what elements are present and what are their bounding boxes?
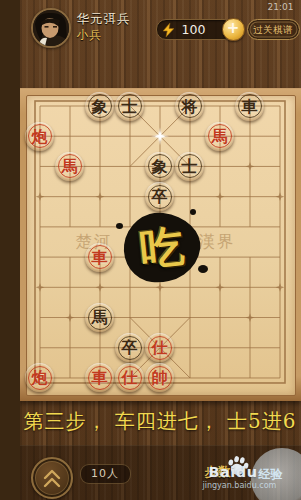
xiangqi-piece-red-仕[interactable]: 仕 bbox=[115, 363, 144, 392]
xiangqi-piece-red-馬[interactable]: 馬 bbox=[205, 122, 234, 151]
watermark-subtitle: jingyan.baidu.com bbox=[203, 481, 277, 490]
watermark-title: Baidu bbox=[209, 464, 258, 480]
user-name: 华元弭兵 bbox=[77, 11, 131, 28]
bottom-bar: 10人 步数 Baidu 经验 jingyan.baidu.com bbox=[20, 445, 301, 500]
xiangqi-piece-red-車[interactable]: 車 bbox=[85, 243, 114, 272]
xiangqi-piece-black-象[interactable]: 象 bbox=[145, 152, 174, 181]
xiangqi-piece-black-卒[interactable]: 卒 bbox=[145, 182, 174, 211]
move-caption: 第三步， 车四进七， 士5进6 bbox=[20, 400, 301, 445]
xiangqi-piece-black-将[interactable]: 将 bbox=[175, 92, 204, 121]
xiangqi-piece-black-車[interactable]: 車 bbox=[235, 92, 264, 121]
xiangqi-app-screen: 华元弭兵 小兵 21:01 100 + 过关棋谱 楚河漢界 象士将車炮馬馬象士卒… bbox=[20, 0, 301, 500]
xiangqi-piece-black-士[interactable]: 士 bbox=[115, 92, 144, 121]
chevron-up-icon bbox=[33, 459, 71, 497]
energy-value: 100 bbox=[182, 22, 206, 37]
avatar[interactable] bbox=[31, 8, 71, 48]
xiangqi-piece-black-士[interactable]: 士 bbox=[175, 152, 204, 181]
xiangqi-piece-red-炮[interactable]: 炮 bbox=[25, 122, 54, 151]
xiangqi-piece-red-車[interactable]: 車 bbox=[85, 363, 114, 392]
top-bar: 华元弭兵 小兵 21:01 100 + 过关棋谱 bbox=[20, 0, 301, 55]
status-clock: 21:01 bbox=[268, 2, 294, 12]
user-rank: 小兵 bbox=[77, 28, 102, 43]
capture-label: 吃 bbox=[120, 213, 202, 283]
xiangqi-piece-red-炮[interactable]: 炮 bbox=[25, 363, 54, 392]
avatar-portrait bbox=[33, 10, 69, 46]
lightning-icon bbox=[163, 23, 174, 37]
players-count-pill[interactable]: 10人 bbox=[80, 464, 131, 484]
xiangqi-board[interactable]: 楚河漢界 象士将車炮馬馬象士卒車馬卒仕炮車仕帥 吃 bbox=[20, 88, 301, 401]
xiangqi-piece-black-象[interactable]: 象 bbox=[85, 92, 114, 121]
collapse-button[interactable] bbox=[31, 457, 73, 499]
xiangqi-piece-black-馬[interactable]: 馬 bbox=[85, 303, 114, 332]
baidu-watermark: Baidu 经验 jingyan.baidu.com bbox=[187, 462, 297, 496]
xiangqi-piece-red-仕[interactable]: 仕 bbox=[145, 333, 174, 362]
xiangqi-piece-red-帥[interactable]: 帥 bbox=[145, 363, 174, 392]
xiangqi-piece-black-卒[interactable]: 卒 bbox=[115, 333, 144, 362]
levels-button[interactable]: 过关棋谱 bbox=[247, 19, 300, 40]
xiangqi-piece-red-馬[interactable]: 馬 bbox=[55, 152, 84, 181]
energy-plus-button[interactable]: + bbox=[222, 18, 245, 41]
